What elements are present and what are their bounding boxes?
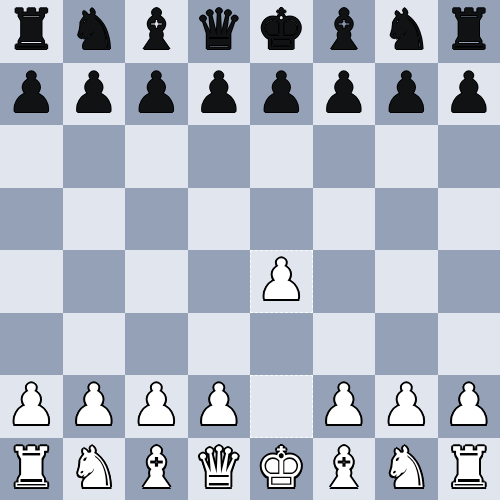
piece-white-knight[interactable]: ♞: [69, 437, 119, 500]
square-a3[interactable]: [0, 313, 63, 376]
piece-white-bishop[interactable]: ♝: [131, 437, 181, 500]
square-e5[interactable]: [250, 188, 313, 251]
square-b6[interactable]: [63, 125, 126, 188]
square-f5[interactable]: [313, 188, 376, 251]
square-a1[interactable]: ♜: [0, 438, 63, 500]
piece-black-bishop[interactable]: ♝: [319, 0, 369, 62]
piece-white-rook[interactable]: ♜: [444, 437, 494, 500]
square-d7[interactable]: ♟: [188, 63, 251, 126]
piece-black-pawn[interactable]: ♟: [194, 62, 244, 125]
piece-black-king[interactable]: ♚: [256, 0, 306, 62]
piece-white-pawn[interactable]: ♟: [381, 374, 431, 437]
piece-white-pawn[interactable]: ♟: [194, 374, 244, 437]
square-f8[interactable]: ♝: [313, 0, 376, 63]
piece-white-pawn[interactable]: ♟: [256, 249, 306, 312]
square-e7[interactable]: ♟: [250, 63, 313, 126]
piece-black-knight[interactable]: ♞: [381, 0, 431, 62]
square-h4[interactable]: [438, 250, 500, 313]
square-d1[interactable]: ♛: [188, 438, 251, 500]
square-h6[interactable]: [438, 125, 500, 188]
square-a7[interactable]: ♟: [0, 63, 63, 126]
screenshot-stage: ♜♞♝♛♚♝♞♜♟♟♟♟♟♟♟♟♟♟♟♟♟♟♟♟♜♞♝♛♚♝♞♜: [0, 0, 500, 500]
square-e4[interactable]: ♟: [250, 250, 313, 313]
square-e8[interactable]: ♚: [250, 0, 313, 63]
square-f7[interactable]: ♟: [313, 63, 376, 126]
square-a8[interactable]: ♜: [0, 0, 63, 63]
square-e3[interactable]: [250, 313, 313, 376]
piece-black-pawn[interactable]: ♟: [69, 62, 119, 125]
square-c7[interactable]: ♟: [125, 63, 188, 126]
square-e1[interactable]: ♚: [250, 438, 313, 500]
piece-black-pawn[interactable]: ♟: [319, 62, 369, 125]
square-g1[interactable]: ♞: [375, 438, 438, 500]
square-h7[interactable]: ♟: [438, 63, 500, 126]
piece-white-pawn[interactable]: ♟: [444, 374, 494, 437]
square-c6[interactable]: [125, 125, 188, 188]
square-g8[interactable]: ♞: [375, 0, 438, 63]
piece-black-bishop[interactable]: ♝: [131, 0, 181, 62]
piece-white-pawn[interactable]: ♟: [131, 374, 181, 437]
square-f6[interactable]: [313, 125, 376, 188]
piece-white-pawn[interactable]: ♟: [6, 374, 56, 437]
square-f4[interactable]: [313, 250, 376, 313]
square-b3[interactable]: [63, 313, 126, 376]
square-h2[interactable]: ♟: [438, 375, 500, 438]
square-c2[interactable]: ♟: [125, 375, 188, 438]
piece-black-rook[interactable]: ♜: [444, 0, 494, 62]
piece-white-king[interactable]: ♚: [256, 437, 306, 500]
square-b1[interactable]: ♞: [63, 438, 126, 500]
square-c8[interactable]: ♝: [125, 0, 188, 63]
square-c4[interactable]: [125, 250, 188, 313]
square-c3[interactable]: [125, 313, 188, 376]
square-d5[interactable]: [188, 188, 251, 251]
square-d3[interactable]: [188, 313, 251, 376]
square-f3[interactable]: [313, 313, 376, 376]
square-h5[interactable]: [438, 188, 500, 251]
square-g3[interactable]: [375, 313, 438, 376]
square-c1[interactable]: ♝: [125, 438, 188, 500]
piece-white-knight[interactable]: ♞: [381, 437, 431, 500]
square-g4[interactable]: [375, 250, 438, 313]
square-b4[interactable]: [63, 250, 126, 313]
piece-black-pawn[interactable]: ♟: [6, 62, 56, 125]
piece-white-bishop[interactable]: ♝: [319, 437, 369, 500]
square-c5[interactable]: [125, 188, 188, 251]
square-g7[interactable]: ♟: [375, 63, 438, 126]
piece-white-pawn[interactable]: ♟: [319, 374, 369, 437]
piece-black-pawn[interactable]: ♟: [444, 62, 494, 125]
square-d6[interactable]: [188, 125, 251, 188]
square-f2[interactable]: ♟: [313, 375, 376, 438]
square-d8[interactable]: ♛: [188, 0, 251, 63]
piece-white-pawn[interactable]: ♟: [69, 374, 119, 437]
piece-black-rook[interactable]: ♜: [6, 0, 56, 62]
piece-black-knight[interactable]: ♞: [69, 0, 119, 62]
square-b8[interactable]: ♞: [63, 0, 126, 63]
square-b2[interactable]: ♟: [63, 375, 126, 438]
square-a2[interactable]: ♟: [0, 375, 63, 438]
square-g5[interactable]: [375, 188, 438, 251]
square-h1[interactable]: ♜: [438, 438, 500, 500]
square-e6[interactable]: [250, 125, 313, 188]
square-a6[interactable]: [0, 125, 63, 188]
square-a4[interactable]: [0, 250, 63, 313]
square-d4[interactable]: [188, 250, 251, 313]
square-a5[interactable]: [0, 188, 63, 251]
square-d2[interactable]: ♟: [188, 375, 251, 438]
square-f1[interactable]: ♝: [313, 438, 376, 500]
square-g2[interactable]: ♟: [375, 375, 438, 438]
square-h8[interactable]: ♜: [438, 0, 500, 63]
square-h3[interactable]: [438, 313, 500, 376]
piece-black-pawn[interactable]: ♟: [381, 62, 431, 125]
piece-black-pawn[interactable]: ♟: [256, 62, 306, 125]
piece-white-rook[interactable]: ♜: [6, 437, 56, 500]
square-b5[interactable]: [63, 188, 126, 251]
piece-black-queen[interactable]: ♛: [194, 0, 244, 62]
square-b7[interactable]: ♟: [63, 63, 126, 126]
square-g6[interactable]: [375, 125, 438, 188]
square-e2[interactable]: [250, 375, 313, 438]
piece-black-pawn[interactable]: ♟: [131, 62, 181, 125]
piece-white-queen[interactable]: ♛: [194, 437, 244, 500]
chess-board[interactable]: ♜♞♝♛♚♝♞♜♟♟♟♟♟♟♟♟♟♟♟♟♟♟♟♟♜♞♝♛♚♝♞♜: [0, 0, 500, 500]
